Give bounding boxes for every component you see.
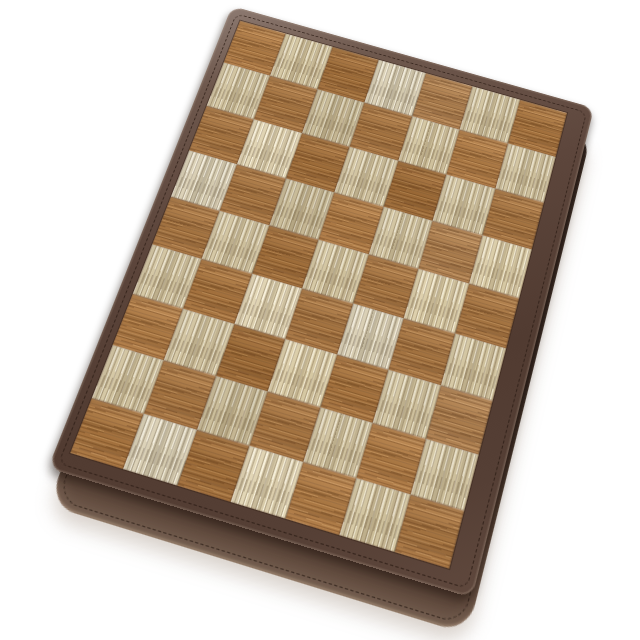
folio-cover	[48, 6, 594, 598]
photo-stage	[0, 0, 640, 640]
